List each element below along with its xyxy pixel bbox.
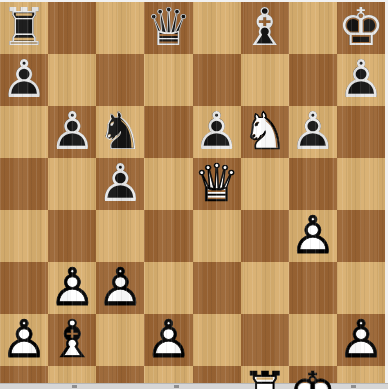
square-b2[interactable]: ♝♗: [48, 314, 96, 366]
square-a7[interactable]: ♟♙: [0, 54, 48, 106]
black-pawn-outline: ♙: [1, 53, 48, 105]
square-d6[interactable]: [144, 106, 192, 158]
white-bishop-outline: ♗: [49, 313, 96, 365]
white-rook-outline: ♖: [241, 365, 288, 389]
square-d2[interactable]: ♟♙: [144, 314, 192, 366]
square-h5[interactable]: [337, 158, 385, 210]
square-g4[interactable]: ♟♙: [289, 210, 337, 262]
square-h2[interactable]: ♟♙: [337, 314, 385, 366]
square-d3[interactable]: [144, 262, 192, 314]
black-knight[interactable]: ♞♘: [96, 106, 144, 158]
white-pawn[interactable]: ♟♙: [96, 262, 144, 314]
square-h8[interactable]: ♚♔: [337, 2, 385, 54]
square-f3[interactable]: [241, 262, 289, 314]
black-queen-outline: ♕: [145, 1, 192, 53]
white-queen-outline: ♕: [193, 157, 240, 209]
square-c5[interactable]: ♟♙: [96, 158, 144, 210]
black-knight-outline: ♘: [97, 105, 144, 157]
square-h3[interactable]: [337, 262, 385, 314]
square-d7[interactable]: [144, 54, 192, 106]
white-knight-outline: ♘: [241, 105, 288, 157]
square-b6[interactable]: ♟♙: [48, 106, 96, 158]
square-a5[interactable]: [0, 158, 48, 210]
black-pawn[interactable]: ♟♙: [337, 54, 385, 106]
square-b5[interactable]: [48, 158, 96, 210]
square-h7[interactable]: ♟♙: [337, 54, 385, 106]
white-rook[interactable]: ♜♖: [241, 366, 289, 389]
square-f4[interactable]: [241, 210, 289, 262]
square-f2[interactable]: [241, 314, 289, 366]
square-a4[interactable]: [0, 210, 48, 262]
square-a2[interactable]: ♟♙: [0, 314, 48, 366]
square-g6[interactable]: ♟♙: [289, 106, 337, 158]
white-pawn-outline: ♙: [49, 261, 96, 313]
black-pawn[interactable]: ♟♙: [48, 106, 96, 158]
square-d5[interactable]: [144, 158, 192, 210]
square-c4[interactable]: [96, 210, 144, 262]
black-pawn[interactable]: ♟♙: [289, 106, 337, 158]
square-a8[interactable]: ♜♖: [0, 2, 48, 54]
square-e2[interactable]: [193, 314, 241, 366]
black-pawn-outline: ♙: [290, 105, 337, 157]
white-pawn-outline: ♙: [338, 313, 385, 365]
black-king[interactable]: ♚♔: [337, 2, 385, 54]
square-g3[interactable]: [289, 262, 337, 314]
white-pawn[interactable]: ♟♙: [48, 262, 96, 314]
square-f8[interactable]: ♝♗: [241, 2, 289, 54]
square-e5[interactable]: ♛♕: [193, 158, 241, 210]
white-queen[interactable]: ♛♕: [193, 158, 241, 210]
white-pawn[interactable]: ♟♙: [337, 314, 385, 366]
square-b7[interactable]: [48, 54, 96, 106]
black-rook[interactable]: ♜♖: [0, 2, 48, 54]
square-c3[interactable]: ♟♙: [96, 262, 144, 314]
white-pawn-outline: ♙: [145, 313, 192, 365]
square-g1[interactable]: ♚♔: [289, 366, 337, 389]
black-pawn[interactable]: ♟♙: [96, 158, 144, 210]
black-pawn-outline: ♙: [49, 105, 96, 157]
white-king[interactable]: ♚♔: [289, 366, 337, 389]
white-pawn[interactable]: ♟♙: [0, 314, 48, 366]
black-pawn[interactable]: ♟♙: [0, 54, 48, 106]
square-a6[interactable]: [0, 106, 48, 158]
square-f1[interactable]: ♜♖: [241, 366, 289, 389]
square-e6[interactable]: ♟♙: [193, 106, 241, 158]
white-pawn-outline: ♙: [97, 261, 144, 313]
black-rook-outline: ♖: [1, 1, 48, 53]
black-king-outline: ♔: [338, 1, 385, 53]
square-b8[interactable]: [48, 2, 96, 54]
white-king-outline: ♔: [290, 365, 337, 389]
white-pawn[interactable]: ♟♙: [144, 314, 192, 366]
square-g8[interactable]: [289, 2, 337, 54]
white-bishop[interactable]: ♝♗: [48, 314, 96, 366]
black-queen[interactable]: ♛♕: [144, 2, 192, 54]
square-g2[interactable]: [289, 314, 337, 366]
bar-tick: [72, 385, 77, 388]
bar-tick: [174, 385, 179, 388]
square-f7[interactable]: [241, 54, 289, 106]
square-c2[interactable]: [96, 314, 144, 366]
white-pawn-outline: ♙: [1, 313, 48, 365]
black-pawn[interactable]: ♟♙: [193, 106, 241, 158]
square-e7[interactable]: [193, 54, 241, 106]
square-h6[interactable]: [337, 106, 385, 158]
black-pawn-outline: ♙: [338, 53, 385, 105]
square-g7[interactable]: [289, 54, 337, 106]
chess-board: ♜♖♛♕♝♗♚♔♟♙♟♙♟♙♞♘♟♙♞♘♟♙♟♙♛♕♟♙♟♙♟♙♟♙♝♗♟♙♟♙…: [0, 2, 385, 383]
square-c8[interactable]: [96, 2, 144, 54]
square-d8[interactable]: ♛♕: [144, 2, 192, 54]
square-h4[interactable]: [337, 210, 385, 262]
square-c7[interactable]: [96, 54, 144, 106]
white-pawn[interactable]: ♟♙: [289, 210, 337, 262]
white-knight[interactable]: ♞♘: [241, 106, 289, 158]
square-c6[interactable]: ♞♘: [96, 106, 144, 158]
square-g5[interactable]: [289, 158, 337, 210]
black-bishop[interactable]: ♝♗: [241, 2, 289, 54]
square-b4[interactable]: [48, 210, 96, 262]
square-e3[interactable]: [193, 262, 241, 314]
square-f6[interactable]: ♞♘: [241, 106, 289, 158]
square-e4[interactable]: [193, 210, 241, 262]
screenshot-root: ♜♖♛♕♝♗♚♔♟♙♟♙♟♙♞♘♟♙♞♘♟♙♟♙♛♕♟♙♟♙♟♙♟♙♝♗♟♙♟♙…: [0, 0, 388, 389]
white-pawn-outline: ♙: [290, 209, 337, 261]
black-bishop-outline: ♗: [241, 1, 288, 53]
black-pawn-outline: ♙: [193, 105, 240, 157]
bar-tick: [351, 385, 356, 388]
black-pawn-outline: ♙: [97, 157, 144, 209]
square-a3[interactable]: [0, 262, 48, 314]
square-f5[interactable]: [241, 158, 289, 210]
square-e8[interactable]: [193, 2, 241, 54]
square-b3[interactable]: ♟♙: [48, 262, 96, 314]
square-d4[interactable]: [144, 210, 192, 262]
